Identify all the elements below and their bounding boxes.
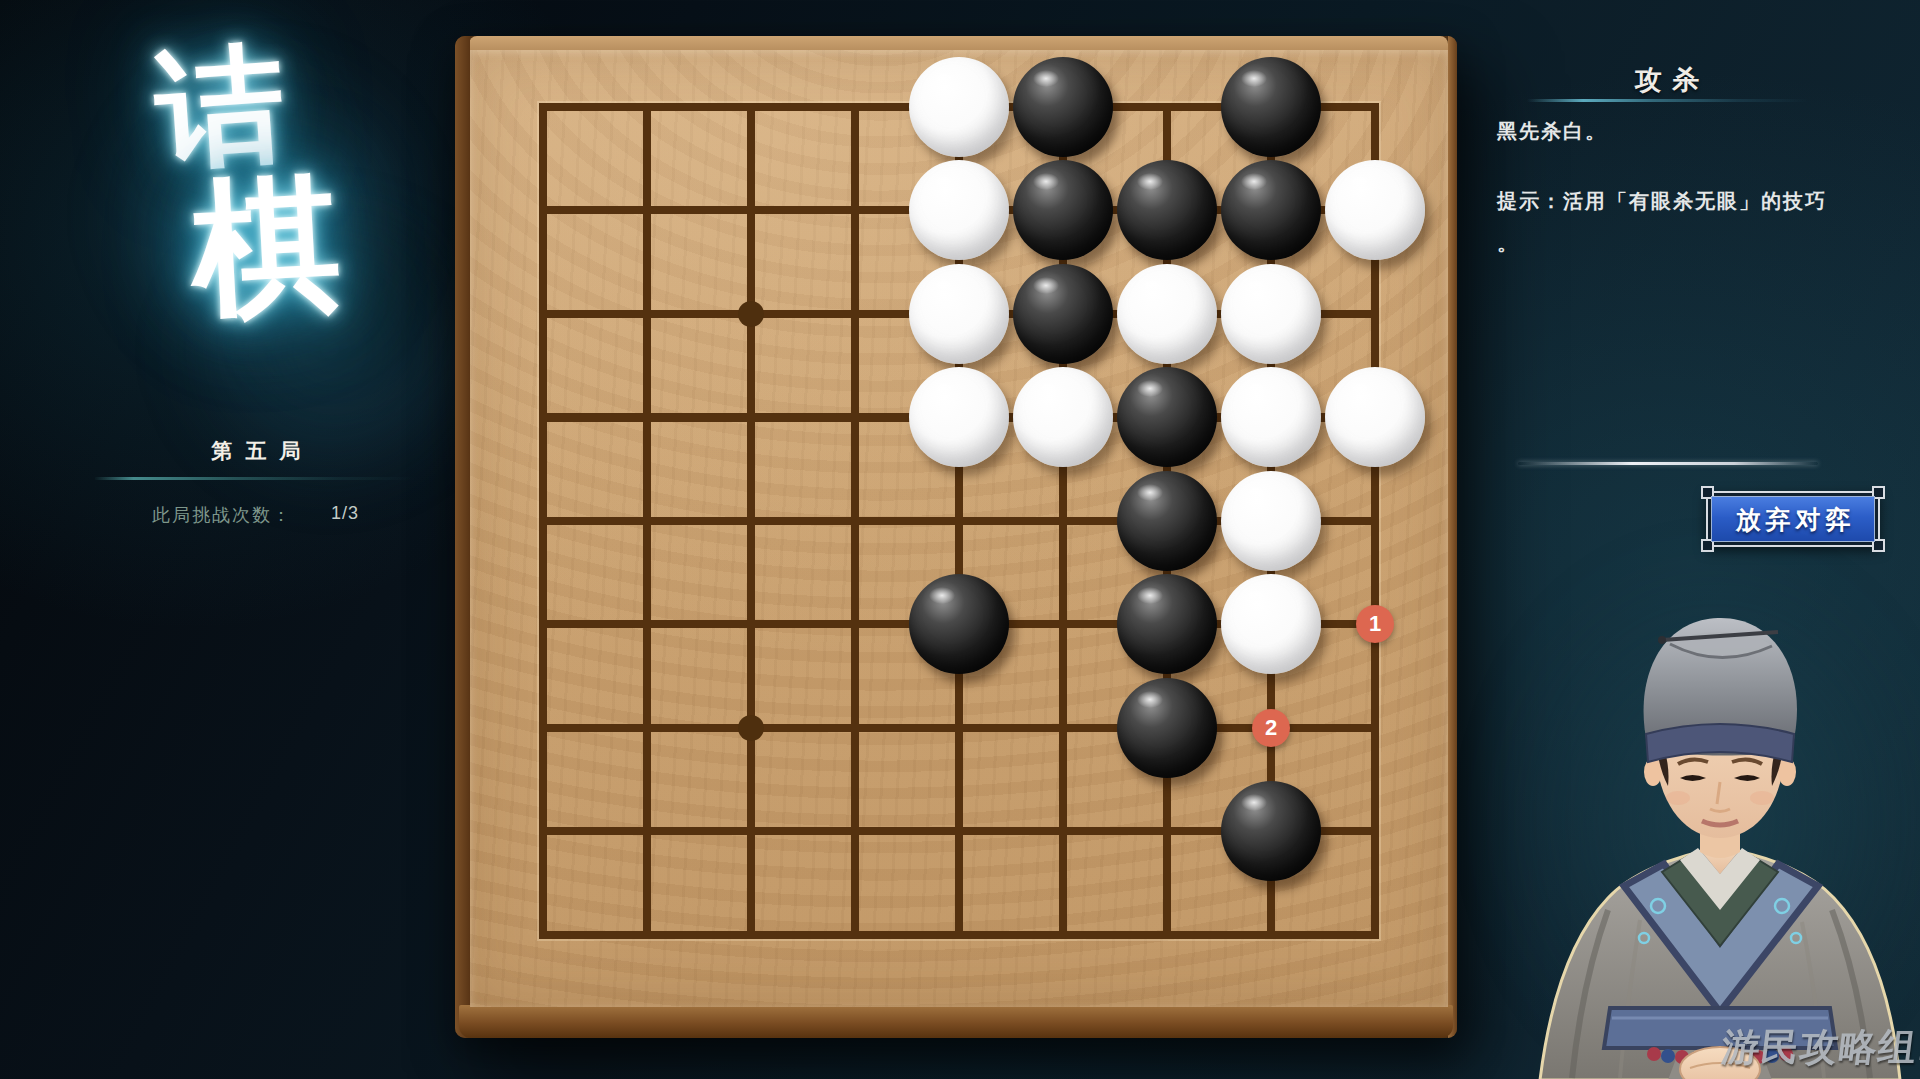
board-top-bevel: [469, 36, 1448, 51]
point-3-7[interactable]: [699, 676, 803, 780]
point-1-4[interactable]: [491, 366, 595, 470]
point-1-1[interactable]: [491, 55, 595, 159]
point-2-1[interactable]: [595, 55, 699, 159]
point-5-7[interactable]: [907, 676, 1011, 780]
left-panel-divider: [95, 477, 417, 480]
board-face: 12: [470, 50, 1448, 1007]
white-stone: [909, 367, 1009, 467]
white-stone: [1013, 367, 1113, 467]
point-1-6[interactable]: [491, 573, 595, 677]
point-8-5[interactable]: [1219, 469, 1323, 573]
give-up-button-label: 放弃对弈: [1711, 496, 1875, 542]
point-6-5[interactable]: [1011, 469, 1115, 573]
point-2-9[interactable]: [595, 883, 699, 987]
point-6-6[interactable]: [1011, 573, 1115, 677]
point-9-8[interactable]: [1323, 780, 1427, 884]
point-7-7[interactable]: [1115, 676, 1219, 780]
point-7-3[interactable]: [1115, 262, 1219, 366]
point-5-1[interactable]: [907, 55, 1011, 159]
point-8-7[interactable]: 2: [1219, 676, 1323, 780]
white-stone: [909, 264, 1009, 364]
point-1-7[interactable]: [491, 676, 595, 780]
black-stone: [1117, 678, 1217, 778]
point-7-6[interactable]: [1115, 573, 1219, 677]
point-7-8[interactable]: [1115, 780, 1219, 884]
point-1-9[interactable]: [491, 883, 595, 987]
point-5-6[interactable]: [907, 573, 1011, 677]
puzzle-hint-line1: 提示：活用「有眼杀无眼」的技巧: [1497, 190, 1827, 212]
point-3-6[interactable]: [699, 573, 803, 677]
point-7-9[interactable]: [1115, 883, 1219, 987]
point-8-9[interactable]: [1219, 883, 1323, 987]
point-8-3[interactable]: [1219, 262, 1323, 366]
point-4-2[interactable]: [803, 159, 907, 263]
white-stone: [1221, 264, 1321, 364]
point-3-8[interactable]: [699, 780, 803, 884]
point-6-8[interactable]: [1011, 780, 1115, 884]
npc-portrait: [1520, 580, 1920, 1079]
move-marker-2: 2: [1252, 709, 1290, 747]
point-8-1[interactable]: [1219, 55, 1323, 159]
puzzle-objective: 黑先杀白。: [1497, 118, 1607, 145]
white-stone: [1325, 367, 1425, 467]
point-6-4[interactable]: [1011, 366, 1115, 470]
point-4-5[interactable]: [803, 469, 907, 573]
point-3-5[interactable]: [699, 469, 803, 573]
point-2-7[interactable]: [595, 676, 699, 780]
point-9-3[interactable]: [1323, 262, 1427, 366]
puzzle-hint: 提示：活用「有眼杀无眼」的技巧 。: [1497, 180, 1897, 264]
logo-character-bottom: 棋: [188, 170, 344, 326]
black-stone: [1221, 160, 1321, 260]
point-6-3[interactable]: [1011, 262, 1115, 366]
point-7-5[interactable]: [1115, 469, 1219, 573]
point-5-5[interactable]: [907, 469, 1011, 573]
move-marker-1: 1: [1356, 605, 1394, 643]
watermark-text: 游民攻略组: [1719, 1026, 1919, 1068]
point-2-4[interactable]: [595, 366, 699, 470]
white-stone: [1221, 574, 1321, 674]
white-stone: [909, 57, 1009, 157]
point-1-3[interactable]: [491, 262, 595, 366]
white-stone: [1325, 160, 1425, 260]
attempts-value: 1/3: [331, 503, 359, 524]
point-3-2[interactable]: [699, 159, 803, 263]
point-9-9[interactable]: [1323, 883, 1427, 987]
black-stone: [1013, 160, 1113, 260]
point-3-1[interactable]: [699, 55, 803, 159]
black-stone: [1117, 574, 1217, 674]
black-stone: [1117, 367, 1217, 467]
point-6-9[interactable]: [1011, 883, 1115, 987]
point-7-2[interactable]: [1115, 159, 1219, 263]
go-board: 12: [455, 36, 1457, 1038]
point-8-4[interactable]: [1219, 366, 1323, 470]
point-4-8[interactable]: [803, 780, 907, 884]
black-stone: [1013, 264, 1113, 364]
black-stone: [1013, 57, 1113, 157]
attempts-label: 此局挑战次数：: [152, 503, 292, 527]
puzzle-screen: 诘 棋 第五局 此局挑战次数： 1/3 12 攻杀 黑先杀白。 提示：活用「有眼…: [0, 0, 1920, 1079]
white-stone: [1221, 367, 1321, 467]
point-5-9[interactable]: [907, 883, 1011, 987]
white-stone: [1221, 471, 1321, 571]
point-7-4[interactable]: [1115, 366, 1219, 470]
point-7-1[interactable]: [1115, 55, 1219, 159]
watermark-logo: 游民攻略组: [1719, 1022, 1920, 1073]
puzzle-type-title: 攻杀: [1490, 62, 1844, 98]
point-6-2[interactable]: [1011, 159, 1115, 263]
logo-character-top: 诘: [152, 40, 289, 177]
point-9-2[interactable]: [1323, 159, 1427, 263]
point-9-7[interactable]: [1323, 676, 1427, 780]
point-8-8[interactable]: [1219, 780, 1323, 884]
white-stone: [1117, 264, 1217, 364]
black-stone: [1117, 471, 1217, 571]
point-9-4[interactable]: [1323, 366, 1427, 470]
point-8-6[interactable]: [1219, 573, 1323, 677]
point-2-6[interactable]: [595, 573, 699, 677]
point-4-1[interactable]: [803, 55, 907, 159]
point-5-2[interactable]: [907, 159, 1011, 263]
board-right-bevel: [1448, 36, 1457, 1038]
point-4-4[interactable]: [803, 366, 907, 470]
point-3-4[interactable]: [699, 366, 803, 470]
point-2-8[interactable]: [595, 780, 699, 884]
right-panel-divider: [1518, 462, 1818, 465]
point-1-5[interactable]: [491, 469, 595, 573]
point-4-6[interactable]: [803, 573, 907, 677]
black-stone: [1117, 160, 1217, 260]
point-2-5[interactable]: [595, 469, 699, 573]
black-stone: [1221, 57, 1321, 157]
point-5-4[interactable]: [907, 366, 1011, 470]
point-2-3[interactable]: [595, 262, 699, 366]
black-stone: [1221, 781, 1321, 881]
round-title: 第五局: [95, 437, 417, 465]
point-9-1[interactable]: [1323, 55, 1427, 159]
right-panel-title-divider: [1527, 99, 1808, 102]
white-stone: [909, 160, 1009, 260]
point-1-2[interactable]: [491, 159, 595, 263]
point-4-3[interactable]: [803, 262, 907, 366]
board-front-edge: [459, 1005, 1453, 1038]
black-stone: [909, 574, 1009, 674]
point-4-9[interactable]: [803, 883, 907, 987]
point-4-7[interactable]: [803, 676, 907, 780]
point-1-8[interactable]: [491, 780, 595, 884]
point-9-6[interactable]: 1: [1323, 573, 1427, 677]
point-5-3[interactable]: [907, 262, 1011, 366]
board-left-bevel: [455, 36, 470, 1038]
point-5-8[interactable]: [907, 780, 1011, 884]
puzzle-hint-line2: 。: [1497, 232, 1519, 254]
give-up-button[interactable]: 放弃对弈: [1706, 491, 1880, 547]
point-6-7[interactable]: [1011, 676, 1115, 780]
point-8-2[interactable]: [1219, 159, 1323, 263]
point-9-5[interactable]: [1323, 469, 1427, 573]
board-grid: 12: [491, 55, 1427, 987]
point-3-9[interactable]: [699, 883, 803, 987]
point-2-2[interactable]: [595, 159, 699, 263]
point-6-1[interactable]: [1011, 55, 1115, 159]
point-3-3[interactable]: [699, 262, 803, 366]
